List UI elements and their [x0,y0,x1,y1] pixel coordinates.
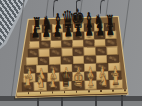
piece-shadow [32,38,39,41]
piece-white-knight-b1: ♞ [36,75,46,90]
piece-white-rook-h1: ♜ [111,73,120,87]
photo-of-chess-set: ♜♞♝♛♚♝♞♜♟♟♟♟♟♟♟♟♟♟♟♟♟♟♟♟♜♞♝♛♚♝♞♜ [0,0,142,106]
piece-shadow [86,36,93,39]
piece-shadow [54,37,61,40]
piece-shadow [37,88,44,91]
piece-white-rook-a1: ♜ [23,76,32,90]
piece-black-pawn-a7: ♟ [31,25,40,39]
piece-shadow [75,36,82,39]
piece-white-knight-g1: ♞ [99,73,109,88]
piece-shadow [65,37,72,40]
pieces-layer: ♜♞♝♛♚♝♞♜♟♟♟♟♟♟♟♟♟♟♟♟♟♟♟♟♜♞♝♛♚♝♞♜ [0,0,142,106]
piece-shadow [97,36,104,39]
piece-shadow [43,37,50,40]
piece-shadow [75,87,82,90]
piece-shadow [25,88,32,91]
piece-white-bishop-f1: ♝ [86,72,96,88]
piece-shadow [88,86,95,89]
piece-shadow [107,35,114,38]
piece-black-pawn-h7: ♟ [106,23,115,37]
piece-shadow [62,87,69,90]
piece-shadow [50,87,57,90]
piece-black-pawn-c7: ♟ [52,25,61,39]
piece-shadow [100,86,107,89]
piece-black-pawn-f7: ♟ [85,24,94,38]
piece-white-bishop-c1: ♝ [48,73,58,89]
piece-white-king-e1: ♚ [72,70,84,88]
piece-shadow [113,86,120,89]
piece-black-pawn-d7: ♟ [63,24,72,38]
chess-board: ♜♞♝♛♚♝♞♜♟♟♟♟♟♟♟♟♟♟♟♟♟♟♟♟♜♞♝♛♚♝♞♜ [0,0,142,106]
piece-white-queen-d1: ♛ [60,71,71,88]
piece-black-pawn-g7: ♟ [95,23,104,37]
piece-black-pawn-e7: ♟ [74,24,83,38]
piece-black-pawn-b7: ♟ [42,25,51,39]
